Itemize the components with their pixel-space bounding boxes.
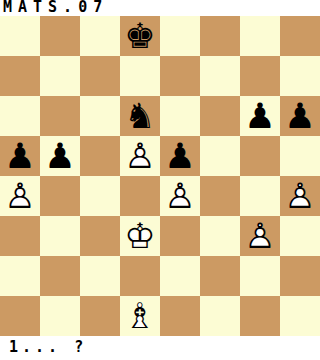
square-g5[interactable] — [240, 136, 280, 176]
piece-outline: ♔ — [120, 216, 160, 256]
square-b2[interactable] — [40, 256, 80, 296]
square-c7[interactable] — [80, 56, 120, 96]
white-king: ♚♔ — [120, 216, 160, 256]
square-h5[interactable] — [280, 136, 320, 176]
square-d7[interactable] — [120, 56, 160, 96]
black-pawn: ♟ — [160, 136, 200, 176]
square-g6[interactable]: ♟ — [240, 96, 280, 136]
black-pawn: ♟ — [0, 136, 40, 176]
square-a6[interactable] — [0, 96, 40, 136]
white-pawn: ♟♙ — [0, 176, 40, 216]
square-d5[interactable]: ♟♙ — [120, 136, 160, 176]
square-d6[interactable]: ♞ — [120, 96, 160, 136]
square-c8[interactable] — [80, 16, 120, 56]
square-a7[interactable] — [0, 56, 40, 96]
black-pawn: ♟ — [280, 96, 320, 136]
square-a3[interactable] — [0, 216, 40, 256]
chess-puzzle-screen: MATS.07 ♚♞♟♟♟♟♟♙♟♟♙♟♙♟♙♚♔♟♙♝♗ 1... ? — [0, 0, 320, 360]
square-f1[interactable] — [200, 296, 240, 336]
square-c2[interactable] — [80, 256, 120, 296]
square-b3[interactable] — [40, 216, 80, 256]
square-a2[interactable] — [0, 256, 40, 296]
piece-outline: ♙ — [240, 216, 280, 256]
square-d8[interactable]: ♚ — [120, 16, 160, 56]
chess-board: ♚♞♟♟♟♟♟♙♟♟♙♟♙♟♙♚♔♟♙♝♗ — [0, 16, 320, 336]
square-h6[interactable]: ♟ — [280, 96, 320, 136]
white-pawn: ♟♙ — [240, 216, 280, 256]
square-f3[interactable] — [200, 216, 240, 256]
square-h2[interactable] — [280, 256, 320, 296]
square-e3[interactable] — [160, 216, 200, 256]
white-pawn: ♟♙ — [280, 176, 320, 216]
square-c5[interactable] — [80, 136, 120, 176]
square-d1[interactable]: ♝♗ — [120, 296, 160, 336]
square-f6[interactable] — [200, 96, 240, 136]
square-h8[interactable] — [280, 16, 320, 56]
square-a1[interactable] — [0, 296, 40, 336]
square-c4[interactable] — [80, 176, 120, 216]
square-h3[interactable] — [280, 216, 320, 256]
piece-outline: ♙ — [0, 176, 40, 216]
square-h1[interactable] — [280, 296, 320, 336]
square-e5[interactable]: ♟ — [160, 136, 200, 176]
square-c1[interactable] — [80, 296, 120, 336]
square-g4[interactable] — [240, 176, 280, 216]
square-c6[interactable] — [80, 96, 120, 136]
square-e8[interactable] — [160, 16, 200, 56]
square-h7[interactable] — [280, 56, 320, 96]
black-pawn: ♟ — [40, 136, 80, 176]
square-a8[interactable] — [0, 16, 40, 56]
square-f5[interactable] — [200, 136, 240, 176]
black-knight: ♞ — [120, 96, 160, 136]
black-pawn: ♟ — [240, 96, 280, 136]
black-king: ♚ — [120, 16, 160, 56]
square-e2[interactable] — [160, 256, 200, 296]
square-a5[interactable]: ♟ — [0, 136, 40, 176]
square-f7[interactable] — [200, 56, 240, 96]
white-bishop: ♝♗ — [120, 296, 160, 336]
square-b8[interactable] — [40, 16, 80, 56]
square-b6[interactable] — [40, 96, 80, 136]
square-b7[interactable] — [40, 56, 80, 96]
square-f4[interactable] — [200, 176, 240, 216]
square-g3[interactable]: ♟♙ — [240, 216, 280, 256]
square-e6[interactable] — [160, 96, 200, 136]
piece-outline: ♙ — [280, 176, 320, 216]
piece-outline: ♙ — [120, 136, 160, 176]
white-pawn: ♟♙ — [160, 176, 200, 216]
square-g8[interactable] — [240, 16, 280, 56]
piece-outline: ♙ — [160, 176, 200, 216]
square-g7[interactable] — [240, 56, 280, 96]
square-f2[interactable] — [200, 256, 240, 296]
square-a4[interactable]: ♟♙ — [0, 176, 40, 216]
square-d2[interactable] — [120, 256, 160, 296]
square-b1[interactable] — [40, 296, 80, 336]
square-b5[interactable]: ♟ — [40, 136, 80, 176]
square-e7[interactable] — [160, 56, 200, 96]
square-g2[interactable] — [240, 256, 280, 296]
square-d3[interactable]: ♚♔ — [120, 216, 160, 256]
square-d4[interactable] — [120, 176, 160, 216]
square-f8[interactable] — [200, 16, 240, 56]
square-h4[interactable]: ♟♙ — [280, 176, 320, 216]
square-b4[interactable] — [40, 176, 80, 216]
square-g1[interactable] — [240, 296, 280, 336]
square-e4[interactable]: ♟♙ — [160, 176, 200, 216]
square-e1[interactable] — [160, 296, 200, 336]
puzzle-title: MATS.07 — [0, 0, 320, 16]
piece-outline: ♗ — [120, 296, 160, 336]
move-prompt: 1... ? — [0, 336, 320, 360]
square-c3[interactable] — [80, 216, 120, 256]
white-pawn: ♟♙ — [120, 136, 160, 176]
